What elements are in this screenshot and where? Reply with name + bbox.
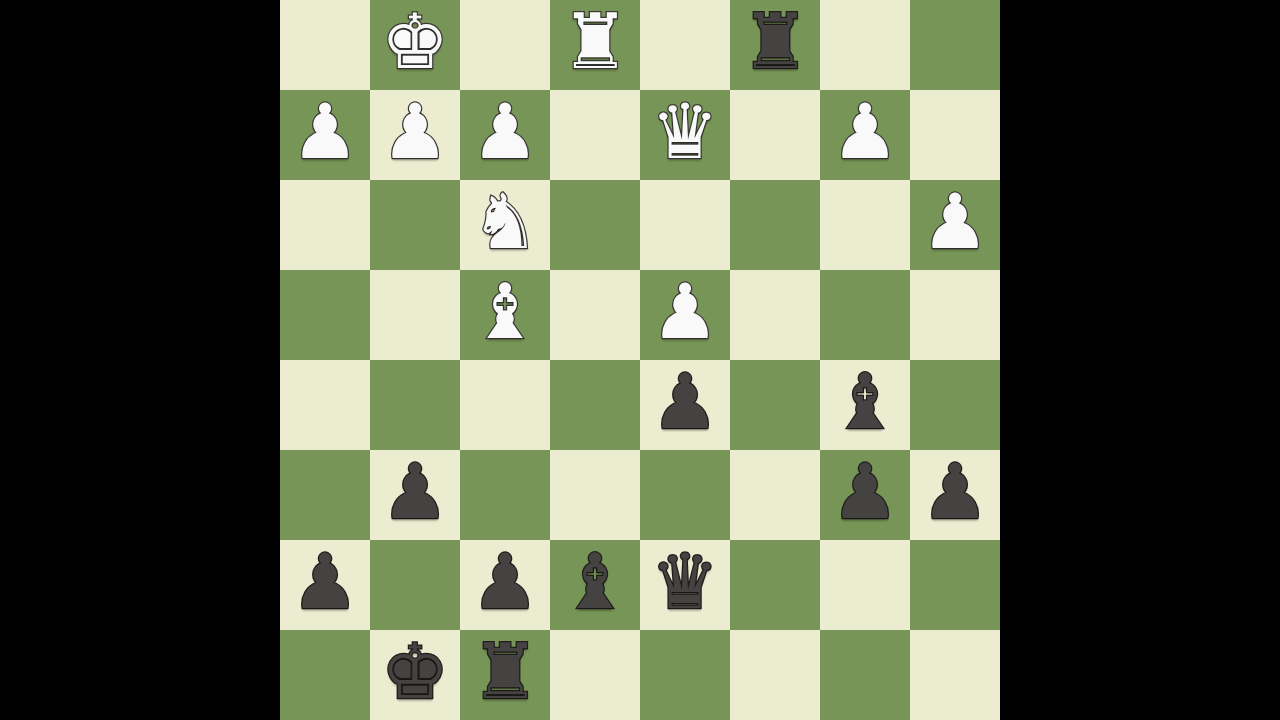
square-h4[interactable] xyxy=(280,270,370,360)
square-b7[interactable] xyxy=(820,540,910,630)
square-a3[interactable]: ♟ xyxy=(910,180,1000,270)
square-a2[interactable] xyxy=(910,90,1000,180)
square-b8[interactable] xyxy=(820,630,910,720)
square-g1[interactable]: ♚ xyxy=(370,0,460,90)
square-g7[interactable] xyxy=(370,540,460,630)
square-c1[interactable]: ♜ xyxy=(730,0,820,90)
square-g2[interactable]: ♟ xyxy=(370,90,460,180)
square-b4[interactable] xyxy=(820,270,910,360)
square-a8[interactable] xyxy=(910,630,1000,720)
white-queen-d2[interactable]: ♛ xyxy=(651,94,719,170)
square-g3[interactable] xyxy=(370,180,460,270)
white-pawn-h2[interactable]: ♟ xyxy=(291,94,359,170)
black-king-g8[interactable]: ♚ xyxy=(381,634,449,710)
square-b2[interactable]: ♟ xyxy=(820,90,910,180)
white-pawn-a3[interactable]: ♟ xyxy=(921,184,989,260)
square-b6[interactable]: ♟ xyxy=(820,450,910,540)
square-d8[interactable] xyxy=(640,630,730,720)
black-rook-f8[interactable]: ♜ xyxy=(471,634,539,710)
chess-board: ♚♜♜♟♟♟♛♟♞♟♝♟♟♝♟♟♟♟♟♝♛♚♜ xyxy=(280,0,1000,720)
square-e2[interactable] xyxy=(550,90,640,180)
square-g6[interactable]: ♟ xyxy=(370,450,460,540)
square-c2[interactable] xyxy=(730,90,820,180)
square-c7[interactable] xyxy=(730,540,820,630)
square-e3[interactable] xyxy=(550,180,640,270)
square-h8[interactable] xyxy=(280,630,370,720)
square-b1[interactable] xyxy=(820,0,910,90)
square-e4[interactable] xyxy=(550,270,640,360)
square-f4[interactable]: ♝ xyxy=(460,270,550,360)
square-e6[interactable] xyxy=(550,450,640,540)
black-pawn-a6[interactable]: ♟ xyxy=(921,454,989,530)
square-c6[interactable] xyxy=(730,450,820,540)
white-pawn-g2[interactable]: ♟ xyxy=(381,94,449,170)
square-f7[interactable]: ♟ xyxy=(460,540,550,630)
white-pawn-d4[interactable]: ♟ xyxy=(651,274,719,350)
square-a1[interactable] xyxy=(910,0,1000,90)
black-bishop-e7[interactable]: ♝ xyxy=(561,544,629,620)
square-c3[interactable] xyxy=(730,180,820,270)
white-bishop-f4[interactable]: ♝ xyxy=(471,274,539,350)
black-pawn-f7[interactable]: ♟ xyxy=(471,544,539,620)
white-pawn-f2[interactable]: ♟ xyxy=(471,94,539,170)
white-knight-f3[interactable]: ♞ xyxy=(471,184,539,260)
square-g4[interactable] xyxy=(370,270,460,360)
square-d2[interactable]: ♛ xyxy=(640,90,730,180)
square-d1[interactable] xyxy=(640,0,730,90)
square-d3[interactable] xyxy=(640,180,730,270)
black-pawn-h7[interactable]: ♟ xyxy=(291,544,359,620)
black-bishop-b5[interactable]: ♝ xyxy=(831,364,899,440)
square-f1[interactable] xyxy=(460,0,550,90)
square-f6[interactable] xyxy=(460,450,550,540)
white-rook-e1[interactable]: ♜ xyxy=(561,4,629,80)
square-c5[interactable] xyxy=(730,360,820,450)
square-f2[interactable]: ♟ xyxy=(460,90,550,180)
square-e1[interactable]: ♜ xyxy=(550,0,640,90)
square-d5[interactable]: ♟ xyxy=(640,360,730,450)
letterbox-left xyxy=(0,0,280,720)
square-a6[interactable]: ♟ xyxy=(910,450,1000,540)
letterbox-right xyxy=(1000,0,1280,720)
square-d6[interactable] xyxy=(640,450,730,540)
square-h5[interactable] xyxy=(280,360,370,450)
square-g5[interactable] xyxy=(370,360,460,450)
white-pawn-b2[interactable]: ♟ xyxy=(831,94,899,170)
square-e7[interactable]: ♝ xyxy=(550,540,640,630)
square-d7[interactable]: ♛ xyxy=(640,540,730,630)
square-b5[interactable]: ♝ xyxy=(820,360,910,450)
square-h1[interactable] xyxy=(280,0,370,90)
square-e8[interactable] xyxy=(550,630,640,720)
square-h3[interactable] xyxy=(280,180,370,270)
white-king-g1[interactable]: ♚ xyxy=(381,4,449,80)
black-pawn-b6[interactable]: ♟ xyxy=(831,454,899,530)
square-c4[interactable] xyxy=(730,270,820,360)
square-b3[interactable] xyxy=(820,180,910,270)
square-g8[interactable]: ♚ xyxy=(370,630,460,720)
black-queen-d7[interactable]: ♛ xyxy=(651,544,719,620)
square-e5[interactable] xyxy=(550,360,640,450)
black-rook-c1[interactable]: ♜ xyxy=(741,4,809,80)
square-f5[interactable] xyxy=(460,360,550,450)
square-c8[interactable] xyxy=(730,630,820,720)
square-h7[interactable]: ♟ xyxy=(280,540,370,630)
square-a7[interactable] xyxy=(910,540,1000,630)
square-f8[interactable]: ♜ xyxy=(460,630,550,720)
square-h2[interactable]: ♟ xyxy=(280,90,370,180)
video-frame: ♚♜♜♟♟♟♛♟♞♟♝♟♟♝♟♟♟♟♟♝♛♚♜ xyxy=(0,0,1280,720)
square-h6[interactable] xyxy=(280,450,370,540)
square-a4[interactable] xyxy=(910,270,1000,360)
square-a5[interactable] xyxy=(910,360,1000,450)
square-d4[interactable]: ♟ xyxy=(640,270,730,360)
square-f3[interactable]: ♞ xyxy=(460,180,550,270)
black-pawn-g6[interactable]: ♟ xyxy=(381,454,449,530)
black-pawn-d5[interactable]: ♟ xyxy=(651,364,719,440)
